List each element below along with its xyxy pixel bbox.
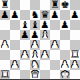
square-h4[interactable] [70,40,80,50]
square-g1[interactable]: ♚ [60,70,70,80]
piece-black-pawn: ♟ [61,20,70,30]
square-a8[interactable]: ♜ [0,0,10,10]
piece-black-pawn: ♟ [21,30,30,40]
square-d4[interactable]: ♟ [30,40,40,50]
piece-white-pawn: ♟ [11,60,20,70]
square-a3[interactable] [0,50,10,60]
piece-black-pawn: ♟ [1,10,10,20]
square-h6[interactable] [70,20,80,30]
piece-black-king: ♚ [61,0,70,10]
square-b2[interactable]: ♟ [10,60,20,70]
square-h7[interactable]: ♟ [70,10,80,20]
square-f3[interactable] [50,50,60,60]
square-d1[interactable]: ♛ [30,70,40,80]
square-d8[interactable] [30,0,40,10]
square-g4[interactable] [60,40,70,50]
piece-white-rook: ♜ [1,70,10,80]
piece-white-pawn: ♟ [31,40,40,50]
chess-board: ♜♜♚♟♟♞♛♟♟♝♝♟♟♟♟♝♟♟♟♟♝♟♜♟♞♟♟♜♛♚ [0,0,80,80]
piece-white-pawn: ♟ [1,40,10,50]
piece-black-pawn: ♟ [41,20,50,30]
piece-black-knight: ♞ [31,10,40,20]
square-e4[interactable] [40,40,50,50]
square-f8[interactable]: ♜ [50,0,60,10]
piece-black-pawn: ♟ [51,10,60,20]
square-c3[interactable]: ♟ [20,50,30,60]
piece-white-pawn: ♟ [61,60,70,70]
square-g5[interactable] [60,30,70,40]
square-h3[interactable]: ♜ [70,50,80,60]
square-c7[interactable] [20,10,30,20]
piece-white-pawn: ♟ [41,50,50,60]
piece-black-queen: ♛ [41,10,50,20]
piece-black-pawn: ♟ [71,10,80,20]
piece-black-rook: ♜ [51,0,60,10]
square-c6[interactable]: ♝ [20,20,30,30]
square-b6[interactable] [10,20,20,30]
square-b7[interactable]: ♟ [10,10,20,20]
square-d2[interactable]: ♞ [30,60,40,70]
piece-white-pawn: ♟ [21,50,30,60]
square-g2[interactable]: ♟ [60,60,70,70]
square-a2[interactable] [0,60,10,70]
piece-white-pawn: ♟ [51,40,60,50]
square-a5[interactable] [0,30,10,40]
square-f4[interactable]: ♟ [50,40,60,50]
square-f2[interactable] [50,60,60,70]
square-e6[interactable]: ♟ [40,20,50,30]
square-b3[interactable] [10,50,20,60]
square-g7[interactable] [60,10,70,20]
piece-black-pawn: ♟ [11,10,20,20]
square-c8[interactable] [20,0,30,10]
square-e8[interactable] [40,0,50,10]
square-c5[interactable]: ♟ [20,30,30,40]
square-d7[interactable]: ♞ [30,10,40,20]
square-e2[interactable] [40,60,50,70]
piece-white-pawn: ♟ [71,60,80,70]
piece-black-pawn: ♟ [31,30,40,40]
square-g6[interactable]: ♟ [60,20,70,30]
piece-black-bishop: ♝ [21,20,30,30]
square-a4[interactable]: ♟ [0,40,10,50]
square-f5[interactable] [50,30,60,40]
square-h8[interactable] [70,0,80,10]
piece-white-knight: ♞ [31,60,40,70]
piece-white-bishop: ♝ [31,50,40,60]
square-a7[interactable]: ♟ [0,10,10,20]
square-d3[interactable]: ♝ [30,50,40,60]
square-f7[interactable]: ♟ [50,10,60,20]
square-e3[interactable]: ♟ [40,50,50,60]
piece-white-rook: ♜ [71,50,80,60]
square-b8[interactable] [10,0,20,10]
square-f6[interactable] [50,20,60,30]
piece-white-queen: ♛ [31,70,40,80]
piece-black-bishop: ♝ [31,20,40,30]
square-h2[interactable]: ♟ [70,60,80,70]
square-e7[interactable]: ♛ [40,10,50,20]
square-a6[interactable] [0,20,10,30]
square-h5[interactable] [70,30,80,40]
square-a1[interactable]: ♜ [0,70,10,80]
square-d5[interactable]: ♟ [30,30,40,40]
piece-white-bishop: ♝ [41,30,50,40]
piece-white-king: ♚ [61,70,70,80]
square-g3[interactable] [60,50,70,60]
square-c2[interactable] [20,60,30,70]
square-b4[interactable] [10,40,20,50]
square-g8[interactable]: ♚ [60,0,70,10]
piece-black-rook: ♜ [1,0,10,10]
square-b5[interactable] [10,30,20,40]
square-d6[interactable]: ♝ [30,20,40,30]
square-e5[interactable]: ♝ [40,30,50,40]
square-c4[interactable] [20,40,30,50]
